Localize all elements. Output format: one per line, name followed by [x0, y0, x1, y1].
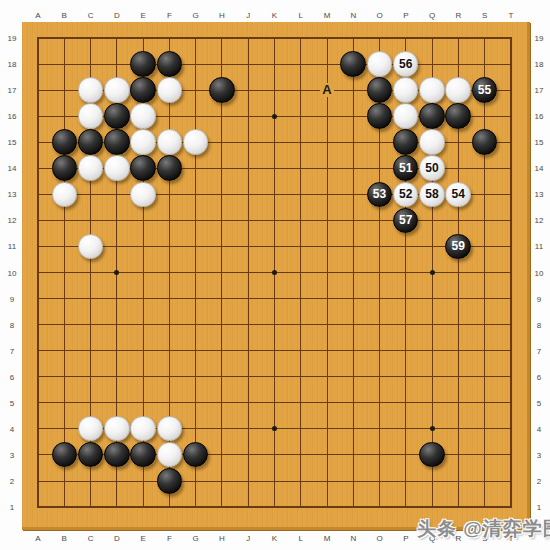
stone-white-F17	[157, 77, 183, 103]
coordinate-label: H	[219, 534, 225, 543]
coordinate-label: 6	[537, 372, 541, 381]
stone-white-F3	[157, 442, 183, 468]
stone-black-E14	[130, 155, 156, 181]
stone-black-P15	[393, 129, 419, 155]
stone-white-B13	[52, 182, 78, 208]
coordinate-label: 7	[10, 346, 14, 355]
coordinate-label: L	[299, 534, 303, 543]
stone-black-R11: 59	[445, 234, 471, 260]
stone-black-F18	[157, 51, 183, 77]
coordinate-label: H	[219, 11, 225, 20]
coordinate-label: F	[167, 534, 172, 543]
coordinate-label: 8	[537, 320, 541, 329]
stone-black-C15	[78, 129, 104, 155]
coordinate-label: N	[350, 11, 356, 20]
coordinate-label: 18	[535, 60, 544, 69]
coordinate-label: M	[324, 11, 331, 20]
stone-black-H17	[209, 77, 235, 103]
stone-white-O18	[367, 51, 393, 77]
coordinate-label: 19	[535, 34, 544, 43]
coordinate-label: 14	[8, 164, 17, 173]
stone-white-E16	[130, 103, 156, 129]
coordinate-label: P	[403, 11, 408, 20]
stone-black-F14	[157, 155, 183, 181]
stone-white-P16	[393, 103, 419, 129]
coordinate-label: 9	[10, 294, 14, 303]
coordinate-label: 10	[8, 268, 17, 277]
stone-white-Q14: 50	[419, 155, 445, 181]
stone-black-B15	[52, 129, 78, 155]
stone-white-P13: 52	[393, 182, 419, 208]
coordinate-label: 19	[8, 34, 17, 43]
coordinate-label: E	[140, 11, 145, 20]
coordinate-label: 3	[10, 450, 14, 459]
stone-black-Q16	[419, 103, 445, 129]
coordinate-label: 16	[8, 112, 17, 121]
coordinate-label: 1	[537, 503, 541, 512]
stone-white-F15	[157, 129, 183, 155]
stone-white-R17	[445, 77, 471, 103]
coordinate-label: 18	[8, 60, 17, 69]
coordinate-label: K	[272, 11, 277, 20]
stone-black-F2	[157, 468, 183, 494]
stone-white-E15	[130, 129, 156, 155]
coordinate-label: G	[193, 11, 199, 20]
coordinate-label: 4	[537, 424, 541, 433]
coordinate-label: O	[377, 534, 383, 543]
coordinate-label: 11	[8, 242, 16, 251]
stone-black-B14	[52, 155, 78, 181]
coordinate-label: A	[35, 11, 40, 20]
watermark: 头条 @清弈学围棋	[417, 516, 550, 542]
coordinate-label: B	[62, 11, 67, 20]
stone-black-S17: 55	[472, 77, 498, 103]
coordinate-label: 6	[10, 372, 14, 381]
coordinate-label: 13	[535, 190, 544, 199]
stone-black-E3	[130, 442, 156, 468]
stone-white-R13: 54	[445, 182, 471, 208]
coordinate-label: A	[35, 534, 40, 543]
coordinate-label: E	[140, 534, 145, 543]
coordinate-label: 9	[537, 294, 541, 303]
coordinate-label: J	[246, 11, 250, 20]
stone-white-Q13: 58	[419, 182, 445, 208]
coordinate-label: O	[377, 11, 383, 20]
go-board: 56555150535258545759A	[22, 22, 530, 530]
coordinate-label: S	[482, 11, 487, 20]
coordinate-label: 5	[10, 398, 14, 407]
coordinate-label: N	[350, 534, 356, 543]
page: 56555150535258545759A AABBCCDDEEFFGGHHJJ…	[0, 0, 550, 550]
coordinate-label: 4	[10, 424, 14, 433]
stone-white-Q17	[419, 77, 445, 103]
coordinate-label: L	[299, 11, 303, 20]
stone-white-C14	[78, 155, 104, 181]
coordinate-label: C	[88, 534, 94, 543]
coordinate-label: 15	[535, 138, 544, 147]
coordinate-label: 8	[10, 320, 14, 329]
stone-black-O13: 53	[367, 182, 393, 208]
stone-black-R16	[445, 103, 471, 129]
coordinate-label: M	[324, 534, 331, 543]
stone-white-Q15	[419, 129, 445, 155]
coordinate-label: 14	[535, 164, 544, 173]
stone-black-E17	[130, 77, 156, 103]
stone-black-P12: 57	[393, 208, 419, 234]
coordinate-label: 3	[537, 450, 541, 459]
stone-white-P17	[393, 77, 419, 103]
stone-white-E4	[130, 416, 156, 442]
stone-black-Q3	[419, 442, 445, 468]
stone-white-D17	[104, 77, 130, 103]
coordinate-label: 11	[535, 242, 543, 251]
coordinate-label: 5	[537, 398, 541, 407]
coordinate-label: G	[193, 534, 199, 543]
stone-white-D14	[104, 155, 130, 181]
coordinate-label: 16	[535, 112, 544, 121]
stone-black-D3	[104, 442, 130, 468]
stone-white-D4	[104, 416, 130, 442]
coordinate-label: K	[272, 534, 277, 543]
coordinate-label: 2	[10, 477, 14, 486]
coordinate-label: 10	[535, 268, 544, 277]
coordinate-label: C	[88, 11, 94, 20]
coordinate-label: 17	[535, 86, 544, 95]
coordinate-label: 15	[8, 138, 17, 147]
board-annotation-A: A	[320, 83, 333, 97]
stone-black-G3	[183, 442, 209, 468]
stone-white-G15	[183, 129, 209, 155]
coordinate-label: D	[114, 11, 120, 20]
coordinate-label: P	[403, 534, 408, 543]
coordinate-label: 13	[8, 190, 17, 199]
stone-black-B3	[52, 442, 78, 468]
coordinate-label: 7	[537, 346, 541, 355]
stone-white-C17	[78, 77, 104, 103]
board-grid: 56555150535258545759A	[25, 25, 524, 520]
coordinate-label: 12	[8, 216, 17, 225]
stone-black-S15	[472, 129, 498, 155]
coordinate-label: 2	[537, 477, 541, 486]
stone-black-O16	[367, 103, 393, 129]
stone-black-C3	[78, 442, 104, 468]
stone-white-C11	[78, 234, 104, 260]
stone-black-E18	[130, 51, 156, 77]
coordinate-label: F	[167, 11, 172, 20]
stone-white-C16	[78, 103, 104, 129]
stone-black-D15	[104, 129, 130, 155]
coordinate-label: R	[456, 11, 462, 20]
coordinate-label: 17	[8, 86, 17, 95]
stone-white-F4	[157, 416, 183, 442]
stone-black-N18	[340, 51, 366, 77]
coordinate-label: T	[509, 11, 514, 20]
coordinate-label: 1	[10, 503, 14, 512]
stone-white-C4	[78, 416, 104, 442]
stone-black-D16	[104, 103, 130, 129]
coordinate-label: B	[62, 534, 67, 543]
coordinate-label: Q	[429, 11, 435, 20]
coordinate-label: D	[114, 534, 120, 543]
coordinate-label: 12	[535, 216, 544, 225]
stone-white-E13	[130, 182, 156, 208]
stone-black-P14: 51	[393, 155, 419, 181]
coordinate-label: J	[246, 534, 250, 543]
stone-white-P18: 56	[393, 51, 419, 77]
stone-black-O17	[367, 77, 393, 103]
